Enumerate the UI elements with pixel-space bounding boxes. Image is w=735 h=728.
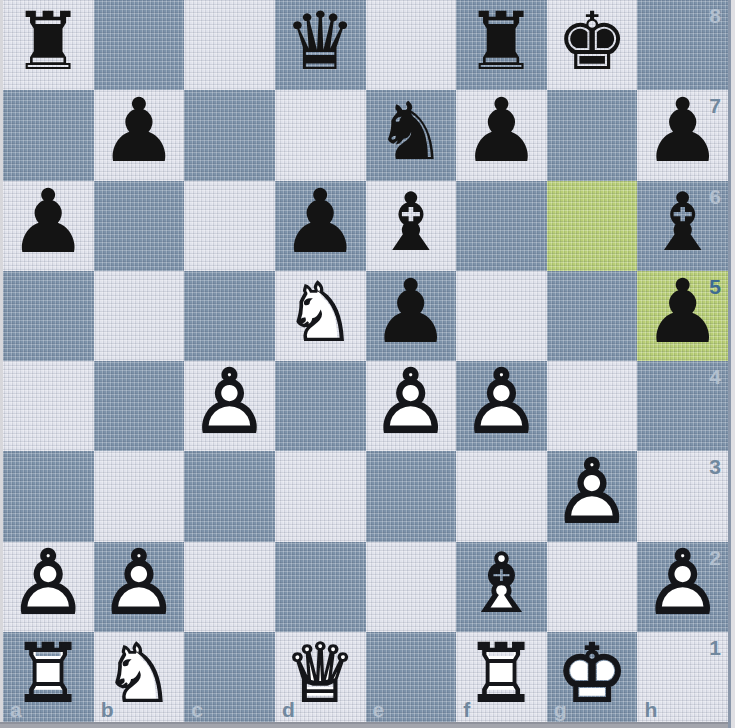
white-pawn[interactable]: ♟♙ [3, 542, 94, 632]
file-label-h: h [644, 699, 657, 720]
square-f1[interactable]: ♜♖f [456, 632, 547, 722]
square-f4[interactable]: ♟♙ [456, 361, 547, 451]
square-h6[interactable]: ♝6 [637, 181, 728, 271]
black-pawn[interactable]: ♟ [456, 90, 547, 180]
square-d2[interactable] [275, 542, 366, 632]
square-b7[interactable]: ♟ [94, 90, 185, 180]
square-d6[interactable]: ♟ [275, 181, 366, 271]
white-bishop[interactable]: ♝♗ [456, 542, 547, 632]
square-c3[interactable] [184, 451, 275, 541]
black-pawn[interactable]: ♟ [3, 181, 94, 271]
piece-body: ♞ [366, 92, 457, 172]
square-g6[interactable] [547, 181, 638, 271]
piece-body: ♜ [3, 2, 94, 82]
black-rook[interactable]: ♜ [3, 0, 94, 90]
white-pawn[interactable]: ♟♙ [547, 451, 638, 541]
piece-outline: ♙ [184, 359, 275, 447]
square-b3[interactable] [94, 451, 185, 541]
rank-label-3: 3 [709, 456, 721, 477]
piece-outline: ♔ [547, 634, 638, 714]
black-king[interactable]: ♚ [547, 0, 638, 90]
square-c2[interactable] [184, 542, 275, 632]
square-d1[interactable]: ♛♕d [275, 632, 366, 722]
square-a7[interactable] [3, 90, 94, 180]
square-c8[interactable] [184, 0, 275, 90]
piece-body: ♟ [637, 88, 728, 176]
square-a2[interactable]: ♟♙ [3, 542, 94, 632]
black-pawn[interactable]: ♟ [637, 271, 728, 361]
white-pawn[interactable]: ♟♙ [366, 361, 457, 451]
piece-outline: ♙ [456, 359, 547, 447]
black-pawn[interactable]: ♟ [275, 181, 366, 271]
square-g2[interactable] [547, 542, 638, 632]
square-b1[interactable]: ♞♘b [94, 632, 185, 722]
piece-outline: ♘ [275, 273, 366, 353]
square-g5[interactable] [547, 271, 638, 361]
piece-body: ♜ [456, 2, 547, 82]
square-f8[interactable]: ♜ [456, 0, 547, 90]
piece-body: ♟ [275, 178, 366, 266]
square-c5[interactable] [184, 271, 275, 361]
black-pawn[interactable]: ♟ [366, 271, 457, 361]
square-d5[interactable]: ♞♘ [275, 271, 366, 361]
piece-outline: ♕ [275, 634, 366, 714]
square-h1[interactable]: 1h [637, 632, 728, 722]
white-pawn[interactable]: ♟♙ [94, 542, 185, 632]
white-pawn[interactable]: ♟♙ [456, 361, 547, 451]
white-rook[interactable]: ♜♖ [3, 632, 94, 722]
black-bishop[interactable]: ♝ [637, 181, 728, 271]
square-c7[interactable] [184, 90, 275, 180]
square-e2[interactable] [366, 542, 457, 632]
black-knight[interactable]: ♞ [366, 90, 457, 180]
piece-body: ♟ [366, 268, 457, 356]
piece-outline: ♖ [3, 634, 94, 714]
black-pawn[interactable]: ♟ [94, 90, 185, 180]
square-c1[interactable]: c [184, 632, 275, 722]
square-f3[interactable] [456, 451, 547, 541]
square-h2[interactable]: ♟♙2 [637, 542, 728, 632]
right-border-strip [728, 0, 735, 728]
square-a3[interactable] [3, 451, 94, 541]
square-d7[interactable] [275, 90, 366, 180]
piece-outline: ♙ [3, 539, 94, 627]
square-b8[interactable] [94, 0, 185, 90]
square-e6[interactable]: ♝ [366, 181, 457, 271]
file-label-c: c [191, 699, 203, 720]
square-h5[interactable]: ♟5 [637, 271, 728, 361]
black-rook[interactable]: ♜ [456, 0, 547, 90]
square-e1[interactable]: e [366, 632, 457, 722]
square-a4[interactable] [3, 361, 94, 451]
rank-label-8: 8 [709, 5, 721, 26]
square-g7[interactable] [547, 90, 638, 180]
square-g3[interactable]: ♟♙ [547, 451, 638, 541]
black-bishop[interactable]: ♝ [366, 181, 457, 271]
square-e3[interactable] [366, 451, 457, 541]
white-knight[interactable]: ♞♘ [94, 632, 185, 722]
square-a1[interactable]: ♜♖a [3, 632, 94, 722]
piece-body: ♟ [637, 268, 728, 356]
rank-label-4: 4 [709, 366, 721, 387]
file-label-e: e [373, 699, 385, 720]
square-d4[interactable] [275, 361, 366, 451]
square-g4[interactable] [547, 361, 638, 451]
piece-body: ♟ [94, 88, 185, 176]
white-pawn[interactable]: ♟♙ [637, 542, 728, 632]
square-c6[interactable] [184, 181, 275, 271]
black-queen[interactable]: ♛ [275, 0, 366, 90]
square-b2[interactable]: ♟♙ [94, 542, 185, 632]
square-g1[interactable]: ♚♔g [547, 632, 638, 722]
piece-body: ♝ [637, 182, 728, 262]
square-a5[interactable] [3, 271, 94, 361]
piece-outline: ♖ [456, 634, 547, 714]
white-knight[interactable]: ♞♘ [275, 271, 366, 361]
piece-body: ♝ [366, 182, 457, 262]
white-queen[interactable]: ♛♕ [275, 632, 366, 722]
square-f6[interactable] [456, 181, 547, 271]
white-rook[interactable]: ♜♖ [456, 632, 547, 722]
piece-outline: ♙ [94, 539, 185, 627]
square-a6[interactable]: ♟ [3, 181, 94, 271]
piece-outline: ♙ [547, 449, 638, 537]
chess-app-window: ♜♛♜♚8♟♞♟♟7♟♟♝♝6♞♘♟♟5♟♙♟♙♟♙4♟♙3♟♙♟♙♝♗♟♙2♜… [0, 0, 735, 728]
square-f5[interactable] [456, 271, 547, 361]
piece-outline: ♙ [366, 359, 457, 447]
square-e8[interactable] [366, 0, 457, 90]
piece-body: ♚ [547, 2, 638, 82]
square-a8[interactable]: ♜ [3, 0, 94, 90]
square-f7[interactable]: ♟ [456, 90, 547, 180]
square-d3[interactable] [275, 451, 366, 541]
square-b6[interactable] [94, 181, 185, 271]
white-pawn[interactable]: ♟♙ [184, 361, 275, 451]
square-e7[interactable]: ♞ [366, 90, 457, 180]
square-h4[interactable]: 4 [637, 361, 728, 451]
white-king[interactable]: ♚♔ [547, 632, 638, 722]
square-e4[interactable]: ♟♙ [366, 361, 457, 451]
piece-outline: ♘ [94, 634, 185, 714]
square-g8[interactable]: ♚ [547, 0, 638, 90]
square-h8[interactable]: 8 [637, 0, 728, 90]
piece-body: ♟ [3, 178, 94, 266]
square-b5[interactable] [94, 271, 185, 361]
piece-outline: ♗ [456, 543, 547, 623]
rank-label-1: 1 [709, 637, 721, 658]
piece-outline: ♙ [637, 539, 728, 627]
chess-board: ♜♛♜♚8♟♞♟♟7♟♟♝♝6♞♘♟♟5♟♙♟♙♟♙4♟♙3♟♙♟♙♝♗♟♙2♜… [3, 0, 728, 722]
black-pawn[interactable]: ♟ [637, 90, 728, 180]
bottom-border-strip [0, 722, 728, 728]
piece-body: ♛ [275, 2, 366, 82]
piece-body: ♟ [456, 88, 547, 176]
square-e5[interactable]: ♟ [366, 271, 457, 361]
square-f2[interactable]: ♝♗ [456, 542, 547, 632]
square-c4[interactable]: ♟♙ [184, 361, 275, 451]
square-h7[interactable]: ♟7 [637, 90, 728, 180]
square-d8[interactable]: ♛ [275, 0, 366, 90]
square-h3[interactable]: 3 [637, 451, 728, 541]
square-b4[interactable] [94, 361, 185, 451]
